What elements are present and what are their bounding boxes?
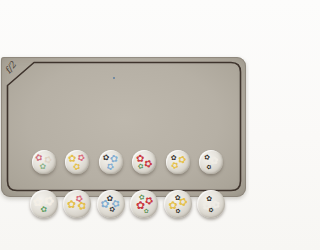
painted-flower: ✿	[206, 196, 212, 203]
painted-flower: ✿	[138, 163, 145, 171]
glass-button-r1c3: ✿✿✿	[99, 150, 123, 174]
grid-cell-r1c6: ✿✿✿	[195, 141, 229, 183]
painted-flower: ✿	[42, 154, 53, 166]
painted-flower: ✿	[142, 158, 154, 171]
ink-speck	[113, 77, 115, 79]
grid-cell-r2c6: ✿✿✿✿	[195, 183, 229, 225]
painted-flower: ✿	[109, 153, 119, 164]
glass-button-r2c2: ✿✿✿	[63, 190, 91, 218]
painted-flower: ✿	[76, 199, 88, 212]
glass-button-r2c5: ✿✿✿✿	[164, 190, 192, 218]
glass-button-r1c4: ✿✿✿	[132, 150, 156, 174]
painted-flower: ✿	[202, 200, 213, 212]
glass-button-r2c6: ✿✿✿✿	[197, 190, 225, 218]
painted-flower: ✿	[204, 154, 211, 162]
painted-flower: ✿	[104, 161, 115, 173]
painted-flower: ✿	[67, 199, 76, 210]
painted-flower: ✿	[168, 200, 177, 211]
grid-cell-r2c2: ✿✿✿	[61, 183, 95, 225]
painted-flower: ✿	[143, 195, 155, 208]
painted-flower: ✿	[76, 152, 87, 163]
painted-flower: ✿	[139, 194, 146, 202]
grid-cell-r2c5: ✿✿✿✿	[161, 183, 195, 225]
painted-flower: ✿	[99, 198, 110, 210]
painted-flower: ✿	[106, 195, 113, 203]
grid-cell-r2c4: ✿✿✿✿	[128, 183, 162, 225]
grid-cell-r2c1: ✿✿✿	[27, 183, 61, 225]
painted-flower: ✿	[175, 195, 181, 202]
painted-flower: ✿	[208, 206, 215, 213]
glass-button-r1c6: ✿✿✿	[199, 150, 223, 174]
grid-cell-r1c5: ✿✿✿	[161, 141, 195, 183]
painted-flower: ✿	[210, 156, 218, 166]
painted-flower: ✿	[177, 195, 189, 208]
sample-card: f/2 ✿✿✿✿✿✿✿✿✿✿✿✿✿✿✿✿✿✿✿✿✿✿✿✿✿✿✿✿✿✿✿✿✿✿✿✿…	[1, 57, 246, 197]
painted-flower: ✿	[74, 193, 85, 204]
painted-flower: ✿	[39, 163, 46, 171]
painted-flower: ✿	[34, 153, 44, 164]
painted-flower: ✿	[33, 196, 43, 208]
glass-button-r1c1: ✿✿✿	[32, 150, 56, 174]
painted-flower: ✿	[136, 200, 145, 211]
grid-cell-r1c3: ✿✿✿	[94, 141, 128, 183]
painted-flower: ✿	[110, 198, 121, 210]
glass-button-r2c4: ✿✿✿✿	[130, 190, 158, 218]
painted-flower: ✿	[211, 199, 222, 211]
grid-cell-r1c4: ✿✿✿	[128, 141, 162, 183]
button-grid: ✿✿✿✿✿✿✿✿✿✿✿✿✿✿✿✿✿✿✿✿✿✿✿✿✿✿✿✿✿✿✿✿✿✿✿✿✿✿✿✿	[27, 141, 228, 225]
painted-flower: ✿	[171, 155, 177, 162]
grid-cell-r1c2: ✿✿✿	[61, 141, 95, 183]
glass-button-r1c5: ✿✿✿	[166, 150, 190, 174]
painted-flower: ✿	[42, 194, 56, 209]
painted-flower: ✿	[169, 160, 180, 171]
painted-flower: ✿	[206, 163, 213, 170]
painted-flower: ✿	[175, 207, 181, 214]
grid-cell-r1c1: ✿✿✿	[27, 141, 61, 183]
painted-flower: ✿	[40, 205, 48, 214]
glass-button-r2c1: ✿✿✿	[30, 190, 58, 218]
painted-flower: ✿	[68, 154, 76, 164]
painted-flower: ✿	[144, 208, 149, 214]
painted-flower: ✿	[176, 154, 187, 166]
painted-flower: ✿	[72, 161, 82, 172]
grid-cell-r2c3: ✿✿✿✿	[94, 183, 128, 225]
button-card-photo: f/2 ✿✿✿✿✿✿✿✿✿✿✿✿✿✿✿✿✿✿✿✿✿✿✿✿✿✿✿✿✿✿✿✿✿✿✿✿…	[0, 0, 249, 250]
painted-flower: ✿	[102, 153, 110, 162]
glass-button-r2c3: ✿✿✿✿	[97, 190, 125, 218]
painted-flower: ✿	[108, 206, 115, 214]
glass-button-r1c2: ✿✿✿	[65, 150, 89, 174]
painted-flower: ✿	[136, 154, 144, 164]
